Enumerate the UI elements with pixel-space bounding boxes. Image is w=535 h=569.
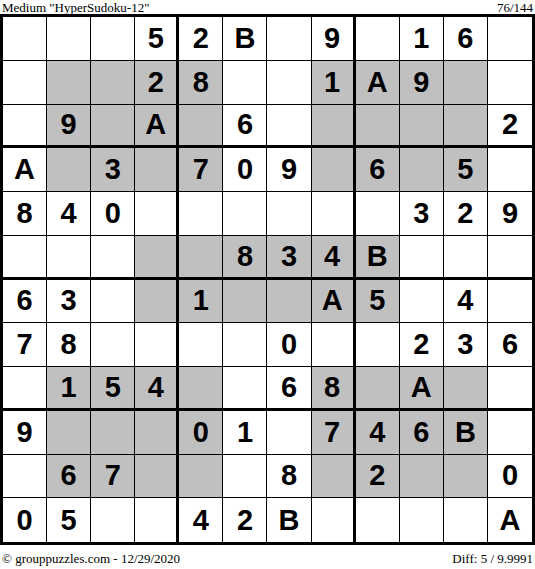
- cell-r4c8[interactable]: [312, 148, 356, 192]
- puzzle-title: Medium "HyperSudoku-12": [2, 1, 149, 14]
- cell-r2c2[interactable]: [47, 61, 91, 105]
- cell-r12c9[interactable]: [356, 498, 400, 542]
- cell-r2c10[interactable]: 9: [400, 61, 444, 105]
- cell-r6c5[interactable]: [179, 236, 223, 280]
- cell-r5c8[interactable]: [312, 192, 356, 236]
- cell-r5c3[interactable]: 0: [91, 192, 135, 236]
- cell-r12c6[interactable]: 2: [223, 498, 267, 542]
- cell-r5c6[interactable]: [223, 192, 267, 236]
- cell-r4c6[interactable]: 0: [223, 148, 267, 192]
- cell-r3c3[interactable]: [91, 105, 135, 149]
- cell-r2c12[interactable]: [488, 61, 532, 105]
- cell-r3c9[interactable]: [356, 105, 400, 149]
- cell-r9c10[interactable]: A: [400, 367, 444, 411]
- cell-r10c4[interactable]: [135, 411, 179, 455]
- cell-r6c12[interactable]: [488, 236, 532, 280]
- cell-r11c5[interactable]: [179, 455, 223, 499]
- cell-r4c10[interactable]: [400, 148, 444, 192]
- cell-r7c9[interactable]: 5: [356, 280, 400, 324]
- empty-cells-counter: 76/144: [497, 1, 533, 14]
- cell-r4c2[interactable]: [47, 148, 91, 192]
- cell-r3c12[interactable]: 2: [488, 105, 532, 149]
- cell-r7c4[interactable]: [135, 280, 179, 324]
- cell-r4c7[interactable]: 9: [267, 148, 311, 192]
- cell-r3c8[interactable]: [312, 105, 356, 149]
- cell-r4c9[interactable]: 6: [356, 148, 400, 192]
- cell-r9c9[interactable]: [356, 367, 400, 411]
- cell-r6c10[interactable]: [400, 236, 444, 280]
- cell-r11c2[interactable]: 6: [47, 455, 91, 499]
- cell-r2c6[interactable]: [223, 61, 267, 105]
- cell-r5c10[interactable]: 3: [400, 192, 444, 236]
- copyright-text: © grouppuzzles.com - 12/29/2020: [2, 551, 180, 567]
- cell-r12c4[interactable]: [135, 498, 179, 542]
- cell-r9c3[interactable]: 5: [91, 367, 135, 411]
- cell-r3c1[interactable]: [3, 105, 47, 149]
- sudoku-board: 52B916281A99A62A370965840329834B631A5478…: [0, 14, 535, 545]
- cell-r5c1[interactable]: 8: [3, 192, 47, 236]
- cell-r12c8[interactable]: [312, 498, 356, 542]
- cell-r10c6[interactable]: 1: [223, 411, 267, 455]
- cell-r12c7[interactable]: B: [267, 498, 311, 542]
- cell-r6c2[interactable]: [47, 236, 91, 280]
- cell-r4c11[interactable]: 5: [444, 148, 488, 192]
- cell-r4c12[interactable]: [488, 148, 532, 192]
- cell-r6c1[interactable]: [3, 236, 47, 280]
- cell-r3c7[interactable]: [267, 105, 311, 149]
- cell-r4c5[interactable]: 7: [179, 148, 223, 192]
- cell-r9c1[interactable]: [3, 367, 47, 411]
- cell-r3c4[interactable]: A: [135, 105, 179, 149]
- cell-r9c7[interactable]: 6: [267, 367, 311, 411]
- cell-r7c2[interactable]: 3: [47, 280, 91, 324]
- cell-r11c12[interactable]: 0: [488, 455, 532, 499]
- cell-r3c11[interactable]: [444, 105, 488, 149]
- cell-r4c4[interactable]: [135, 148, 179, 192]
- cell-r6c8[interactable]: 4: [312, 236, 356, 280]
- cell-r4c3[interactable]: 3: [91, 148, 135, 192]
- footer-bar: © grouppuzzles.com - 12/29/2020 Diff: 5 …: [0, 545, 535, 569]
- cell-r2c11[interactable]: [444, 61, 488, 105]
- cell-r8c8[interactable]: [312, 323, 356, 367]
- cell-r1c4[interactable]: 5: [135, 17, 179, 61]
- cell-r7c12[interactable]: [488, 280, 532, 324]
- cell-r8c7[interactable]: 0: [267, 323, 311, 367]
- cell-r12c1[interactable]: 0: [3, 498, 47, 542]
- cell-r7c11[interactable]: 4: [444, 280, 488, 324]
- cell-r2c9[interactable]: A: [356, 61, 400, 105]
- cell-r10c7[interactable]: [267, 411, 311, 455]
- cell-r8c2[interactable]: 8: [47, 323, 91, 367]
- cell-r5c12[interactable]: 9: [488, 192, 532, 236]
- cell-r4c1[interactable]: A: [3, 148, 47, 192]
- cell-r8c5[interactable]: [179, 323, 223, 367]
- cell-r10c12[interactable]: [488, 411, 532, 455]
- cell-r7c5[interactable]: 1: [179, 280, 223, 324]
- cell-r12c2[interactable]: 5: [47, 498, 91, 542]
- cell-r11c10[interactable]: [400, 455, 444, 499]
- cell-r10c9[interactable]: 4: [356, 411, 400, 455]
- cell-r2c5[interactable]: 8: [179, 61, 223, 105]
- cell-r12c3[interactable]: [91, 498, 135, 542]
- cell-r10c10[interactable]: 6: [400, 411, 444, 455]
- cell-r11c3[interactable]: 7: [91, 455, 135, 499]
- cell-r1c10[interactable]: 1: [400, 17, 444, 61]
- cell-r12c10[interactable]: [400, 498, 444, 542]
- cell-r6c3[interactable]: [91, 236, 135, 280]
- header-bar: Medium "HyperSudoku-12" 76/144: [0, 0, 535, 14]
- cell-r1c12[interactable]: [488, 17, 532, 61]
- cell-r11c9[interactable]: 2: [356, 455, 400, 499]
- cell-r3c2[interactable]: 9: [47, 105, 91, 149]
- cell-r10c11[interactable]: B: [444, 411, 488, 455]
- cell-r8c10[interactable]: 2: [400, 323, 444, 367]
- cell-r2c7[interactable]: [267, 61, 311, 105]
- cell-r2c8[interactable]: 1: [312, 61, 356, 105]
- cell-r8c6[interactable]: [223, 323, 267, 367]
- cell-r6c6[interactable]: 8: [223, 236, 267, 280]
- cell-r9c11[interactable]: [444, 367, 488, 411]
- cell-r2c1[interactable]: [3, 61, 47, 105]
- cell-r7c1[interactable]: 6: [3, 280, 47, 324]
- cell-r6c11[interactable]: [444, 236, 488, 280]
- cell-r5c5[interactable]: [179, 192, 223, 236]
- cell-r1c7[interactable]: [267, 17, 311, 61]
- puzzle-page: Medium "HyperSudoku-12" 76/144 52B916281…: [0, 0, 535, 569]
- cell-r6c7[interactable]: 3: [267, 236, 311, 280]
- cell-r10c1[interactable]: 9: [3, 411, 47, 455]
- cell-r7c6[interactable]: [223, 280, 267, 324]
- cell-r8c11[interactable]: 3: [444, 323, 488, 367]
- cell-r9c2[interactable]: 1: [47, 367, 91, 411]
- cell-r8c4[interactable]: [135, 323, 179, 367]
- cell-r1c11[interactable]: 6: [444, 17, 488, 61]
- cell-r9c12[interactable]: [488, 367, 532, 411]
- cell-r10c5[interactable]: 0: [179, 411, 223, 455]
- cell-r8c12[interactable]: 6: [488, 323, 532, 367]
- cell-r10c2[interactable]: [47, 411, 91, 455]
- cell-r1c6[interactable]: B: [223, 17, 267, 61]
- cell-r1c8[interactable]: 9: [312, 17, 356, 61]
- cell-r9c6[interactable]: [223, 367, 267, 411]
- difficulty-text: Diff: 5 / 9.9991: [452, 551, 533, 567]
- cell-r7c10[interactable]: [400, 280, 444, 324]
- cell-r5c9[interactable]: [356, 192, 400, 236]
- cell-r1c9[interactable]: [356, 17, 400, 61]
- cell-r8c3[interactable]: [91, 323, 135, 367]
- cell-r3c10[interactable]: [400, 105, 444, 149]
- cell-r11c6[interactable]: [223, 455, 267, 499]
- cell-r1c2[interactable]: [47, 17, 91, 61]
- cell-r9c4[interactable]: 4: [135, 367, 179, 411]
- cell-r3c5[interactable]: [179, 105, 223, 149]
- cell-r8c1[interactable]: 7: [3, 323, 47, 367]
- cell-r12c5[interactable]: 4: [179, 498, 223, 542]
- cell-r1c1[interactable]: [3, 17, 47, 61]
- cell-r11c1[interactable]: [3, 455, 47, 499]
- cell-r11c7[interactable]: 8: [267, 455, 311, 499]
- cell-r6c9[interactable]: B: [356, 236, 400, 280]
- cell-r7c7[interactable]: [267, 280, 311, 324]
- cell-r2c3[interactable]: [91, 61, 135, 105]
- cell-r10c3[interactable]: [91, 411, 135, 455]
- cell-r5c2[interactable]: 4: [47, 192, 91, 236]
- cell-r3c6[interactable]: 6: [223, 105, 267, 149]
- cell-r11c4[interactable]: [135, 455, 179, 499]
- cell-r5c11[interactable]: 2: [444, 192, 488, 236]
- cell-r12c12[interactable]: A: [488, 498, 532, 542]
- cell-r2c4[interactable]: 2: [135, 61, 179, 105]
- cell-r10c8[interactable]: 7: [312, 411, 356, 455]
- cell-r5c7[interactable]: [267, 192, 311, 236]
- cell-r12c11[interactable]: [444, 498, 488, 542]
- cell-r1c3[interactable]: [91, 17, 135, 61]
- cell-r1c5[interactable]: 2: [179, 17, 223, 61]
- cell-r11c8[interactable]: [312, 455, 356, 499]
- cell-r9c5[interactable]: [179, 367, 223, 411]
- cell-r5c4[interactable]: [135, 192, 179, 236]
- cell-r6c4[interactable]: [135, 236, 179, 280]
- cell-r7c8[interactable]: A: [312, 280, 356, 324]
- cell-r8c9[interactable]: [356, 323, 400, 367]
- cell-r11c11[interactable]: [444, 455, 488, 499]
- cell-r7c3[interactable]: [91, 280, 135, 324]
- cell-r9c8[interactable]: 8: [312, 367, 356, 411]
